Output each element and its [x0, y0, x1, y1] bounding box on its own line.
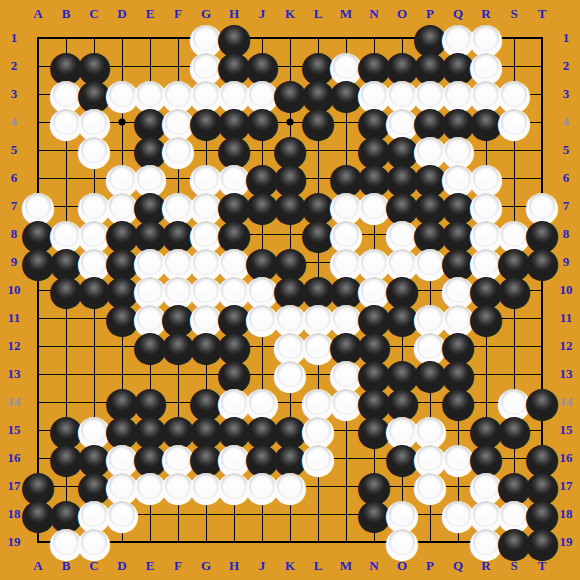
column-label-top: O — [390, 6, 414, 22]
column-label-bottom: Q — [446, 558, 470, 574]
column-label-bottom: G — [194, 558, 218, 574]
column-label-top: N — [362, 6, 386, 22]
column-label-top: L — [306, 6, 330, 22]
column-label-top: E — [138, 6, 162, 22]
row-label-left: 4 — [2, 114, 26, 130]
column-label-top: F — [166, 6, 190, 22]
go-board: AABBCCDDEEFFGGHHJJKKLLMMNNOOPPQQRRSSTT11… — [0, 0, 580, 580]
black-stone-T14: ● — [528, 388, 556, 416]
column-label-top: B — [54, 6, 78, 22]
column-label-bottom: D — [110, 558, 134, 574]
row-label-right: 11 — [554, 310, 578, 326]
row-label-left: 12 — [2, 338, 26, 354]
row-label-left: 2 — [2, 58, 26, 74]
white-stone-C19: ● — [80, 528, 108, 556]
row-label-right: 2 — [554, 58, 578, 74]
column-label-top: D — [110, 6, 134, 22]
column-label-top: A — [26, 6, 50, 22]
column-label-bottom: L — [306, 558, 330, 574]
column-label-bottom: J — [250, 558, 274, 574]
white-stone-O19: ● — [388, 528, 416, 556]
black-stone-L4: ● — [304, 108, 332, 136]
column-label-top: M — [334, 6, 358, 22]
row-label-left: 14 — [2, 394, 26, 410]
column-label-top: C — [82, 6, 106, 22]
row-label-left: 3 — [2, 86, 26, 102]
column-label-bottom: N — [362, 558, 386, 574]
column-label-bottom: H — [222, 558, 246, 574]
black-stone-S10: ● — [500, 276, 528, 304]
row-label-left: 15 — [2, 422, 26, 438]
column-label-bottom: A — [26, 558, 50, 574]
row-label-right: 3 — [554, 86, 578, 102]
row-label-right: 12 — [554, 338, 578, 354]
white-stone-D18: ● — [108, 500, 136, 528]
star-point — [119, 119, 126, 126]
white-stone-K17: ● — [276, 472, 304, 500]
white-stone-S4: ● — [500, 108, 528, 136]
column-label-top: S — [502, 6, 526, 22]
white-stone-L16: ● — [304, 444, 332, 472]
column-label-bottom: K — [278, 558, 302, 574]
row-label-right: 5 — [554, 142, 578, 158]
black-stone-T19: ● — [528, 528, 556, 556]
column-label-bottom: M — [334, 558, 358, 574]
column-label-bottom: E — [138, 558, 162, 574]
black-stone-R11: ● — [472, 304, 500, 332]
column-label-top: K — [278, 6, 302, 22]
column-label-top: J — [250, 6, 274, 22]
row-label-left: 1 — [2, 30, 26, 46]
column-label-bottom: P — [418, 558, 442, 574]
row-label-left: 11 — [2, 310, 26, 326]
row-label-right: 1 — [554, 30, 578, 46]
row-label-left: 5 — [2, 142, 26, 158]
black-stone-T9: ● — [528, 248, 556, 276]
column-label-bottom: F — [166, 558, 190, 574]
row-label-right: 4 — [554, 114, 578, 130]
row-label-left: 13 — [2, 366, 26, 382]
column-label-top: T — [530, 6, 554, 22]
